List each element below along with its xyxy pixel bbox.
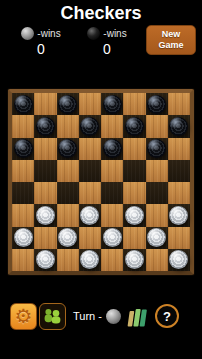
- board-square-b4: [34, 182, 56, 204]
- board-square-a6[interactable]: [12, 138, 34, 160]
- board-square-e2[interactable]: [101, 227, 123, 249]
- black-checker-icon: [87, 27, 100, 40]
- board-square-e8[interactable]: [101, 93, 123, 115]
- black-wins-row: -wins: [87, 27, 126, 40]
- white-checker-piece[interactable]: [80, 206, 99, 225]
- board-square-h5[interactable]: [168, 160, 190, 182]
- board-square-b6: [34, 138, 56, 160]
- black-checker-piece[interactable]: [58, 139, 77, 158]
- page-title: Checkers: [0, 0, 202, 23]
- black-wins-counter: -wins 0: [74, 25, 140, 57]
- white-checker-piece[interactable]: [169, 206, 188, 225]
- black-checker-piece[interactable]: [125, 117, 144, 136]
- board-square-d3[interactable]: [79, 204, 101, 226]
- board-square-a4[interactable]: [12, 182, 34, 204]
- white-wins-label: -wins: [37, 28, 60, 40]
- white-checker-piece[interactable]: [125, 206, 144, 225]
- two-players-button[interactable]: [39, 303, 66, 330]
- board-square-b3[interactable]: [34, 204, 56, 226]
- board-square-c7: [57, 115, 79, 137]
- black-checker-piece[interactable]: [36, 117, 55, 136]
- board-square-b7[interactable]: [34, 115, 56, 137]
- board-square-e5: [101, 160, 123, 182]
- board-square-d8: [79, 93, 101, 115]
- black-wins-label: -wins: [103, 28, 126, 40]
- board-square-d5[interactable]: [79, 160, 101, 182]
- board-square-h1[interactable]: [168, 249, 190, 271]
- white-wins-counter: -wins 0: [8, 25, 74, 57]
- board-square-d6: [79, 138, 101, 160]
- black-wins-value: 0: [103, 41, 111, 57]
- board-square-c2[interactable]: [57, 227, 79, 249]
- board-square-c3: [57, 204, 79, 226]
- board-square-h2: [168, 227, 190, 249]
- board-square-g3: [146, 204, 168, 226]
- white-checker-piece[interactable]: [14, 228, 33, 247]
- board-square-d2: [79, 227, 101, 249]
- checkers-board: [8, 89, 194, 275]
- white-checker-piece[interactable]: [147, 228, 166, 247]
- white-checker-piece[interactable]: [169, 250, 188, 269]
- board-square-h3[interactable]: [168, 204, 190, 226]
- help-button[interactable]: ?: [155, 304, 179, 328]
- board-square-b8: [34, 93, 56, 115]
- checkers-app: Checkers -wins 0 -wins 0 New Game ⚙: [0, 0, 202, 359]
- black-checker-piece[interactable]: [169, 117, 188, 136]
- settings-button[interactable]: ⚙: [10, 303, 37, 330]
- board-square-c5: [57, 160, 79, 182]
- board-square-b2: [34, 227, 56, 249]
- bottom-toolbar: ⚙ Turn - ?: [0, 301, 202, 331]
- board-square-b1[interactable]: [34, 249, 56, 271]
- board-square-b5[interactable]: [34, 160, 56, 182]
- board-square-h7[interactable]: [168, 115, 190, 137]
- board-square-e6[interactable]: [101, 138, 123, 160]
- board-square-f7[interactable]: [123, 115, 145, 137]
- board-square-a3: [12, 204, 34, 226]
- white-wins-row: -wins: [21, 27, 60, 40]
- board-square-g1: [146, 249, 168, 271]
- board-square-h4: [168, 182, 190, 204]
- board-square-f2: [123, 227, 145, 249]
- board-square-f3[interactable]: [123, 204, 145, 226]
- board-square-a1: [12, 249, 34, 271]
- black-checker-piece[interactable]: [147, 139, 166, 158]
- board-square-a2[interactable]: [12, 227, 34, 249]
- books-icon[interactable]: [126, 304, 149, 328]
- white-checker-piece[interactable]: [36, 206, 55, 225]
- black-checker-piece[interactable]: [14, 139, 33, 158]
- white-checker-piece[interactable]: [36, 250, 55, 269]
- board-square-a8[interactable]: [12, 93, 34, 115]
- board-square-e3: [101, 204, 123, 226]
- gear-icon: ⚙: [15, 306, 33, 326]
- black-checker-piece[interactable]: [80, 117, 99, 136]
- board-square-f4: [123, 182, 145, 204]
- board-square-h8: [168, 93, 190, 115]
- board-square-c8[interactable]: [57, 93, 79, 115]
- board-square-g2[interactable]: [146, 227, 168, 249]
- black-checker-piece[interactable]: [14, 95, 33, 114]
- black-checker-piece[interactable]: [58, 95, 77, 114]
- board-square-d7[interactable]: [79, 115, 101, 137]
- black-checker-piece[interactable]: [103, 139, 122, 158]
- two-players-icon: [43, 308, 63, 324]
- white-wins-value: 0: [37, 41, 45, 57]
- turn-label: Turn -: [73, 310, 102, 322]
- board-square-e1: [101, 249, 123, 271]
- board-square-g5: [146, 160, 168, 182]
- board-square-d1[interactable]: [79, 249, 101, 271]
- scoreboard: -wins 0 -wins 0 New Game: [0, 23, 202, 57]
- black-checker-piece[interactable]: [103, 95, 122, 114]
- new-game-button[interactable]: New Game: [146, 25, 196, 55]
- board-square-g4[interactable]: [146, 182, 168, 204]
- board-square-e4[interactable]: [101, 182, 123, 204]
- board-square-f1[interactable]: [123, 249, 145, 271]
- turn-checker-icon: [106, 309, 121, 324]
- board-square-d4: [79, 182, 101, 204]
- white-checker-piece[interactable]: [80, 250, 99, 269]
- board-square-f6: [123, 138, 145, 160]
- board-square-c1: [57, 249, 79, 271]
- board-square-c6[interactable]: [57, 138, 79, 160]
- board-square-f5[interactable]: [123, 160, 145, 182]
- board-square-f8: [123, 93, 145, 115]
- white-checker-piece[interactable]: [103, 228, 122, 247]
- white-checker-piece[interactable]: [125, 250, 144, 269]
- board-square-a7: [12, 115, 34, 137]
- board-square-e7: [101, 115, 123, 137]
- board-square-a5: [12, 160, 34, 182]
- board-square-c4[interactable]: [57, 182, 79, 204]
- board-grid: [12, 93, 190, 271]
- white-checker-piece[interactable]: [58, 228, 77, 247]
- board-square-g6[interactable]: [146, 138, 168, 160]
- black-checker-piece[interactable]: [147, 95, 166, 114]
- board-square-g7: [146, 115, 168, 137]
- white-checker-icon: [21, 27, 34, 40]
- board-square-h6: [168, 138, 190, 160]
- board-square-g8[interactable]: [146, 93, 168, 115]
